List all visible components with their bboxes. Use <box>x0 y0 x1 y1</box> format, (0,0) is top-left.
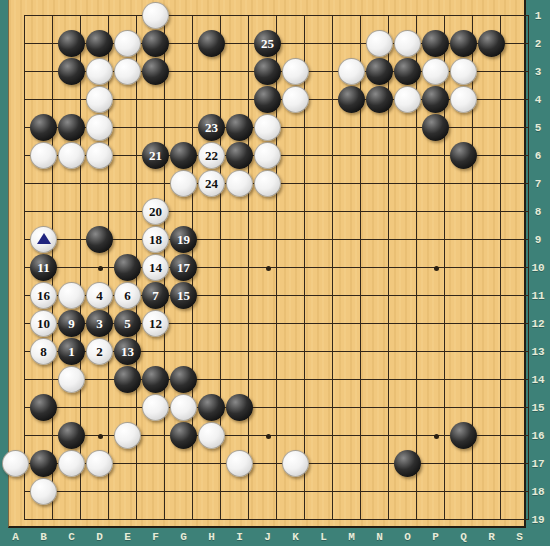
white-stone-G15 <box>170 394 197 421</box>
star-point <box>98 434 103 439</box>
white-stone-J5 <box>254 114 281 141</box>
row-label-4: 4 <box>535 94 542 106</box>
white-stone-C17 <box>58 450 85 477</box>
black-stone-I5 <box>226 114 253 141</box>
column-label-R: R <box>488 531 495 543</box>
move-number: 2 <box>96 345 103 358</box>
white-stone-E2 <box>114 30 141 57</box>
row-label-19: 19 <box>531 514 544 526</box>
black-stone-G14 <box>170 366 197 393</box>
move-number: 9 <box>68 317 75 330</box>
white-stone-M3 <box>338 58 365 85</box>
column-label-E: E <box>124 531 131 543</box>
white-stone-C6 <box>58 142 85 169</box>
move-number: 16 <box>37 289 50 302</box>
black-stone-Q6 <box>450 142 477 169</box>
column-label-N: N <box>376 531 383 543</box>
row-label-2: 2 <box>535 38 542 50</box>
move-number: 4 <box>96 289 103 302</box>
row-label-13: 13 <box>531 346 544 358</box>
black-stone-G16 <box>170 422 197 449</box>
column-label-P: P <box>432 531 439 543</box>
white-stone-J6 <box>254 142 281 169</box>
black-stone-D12: 3 <box>86 310 113 337</box>
row-label-9: 9 <box>535 234 542 246</box>
row-label-18: 18 <box>531 486 544 498</box>
black-stone-B10: 11 <box>30 254 57 281</box>
move-number: 14 <box>149 261 162 274</box>
white-stone-E16 <box>114 422 141 449</box>
white-stone-N2 <box>366 30 393 57</box>
white-stone-H6: 22 <box>198 142 225 169</box>
row-label-14: 14 <box>531 374 544 386</box>
move-number: 6 <box>124 289 131 302</box>
black-stone-D2 <box>86 30 113 57</box>
column-label-Q: Q <box>460 531 467 543</box>
white-stone-K4 <box>282 86 309 113</box>
black-stone-J3 <box>254 58 281 85</box>
black-stone-D9 <box>86 226 113 253</box>
star-point <box>434 266 439 271</box>
white-stone-B18 <box>30 478 57 505</box>
white-stone-F8: 20 <box>142 198 169 225</box>
black-stone-P2 <box>422 30 449 57</box>
white-stone-B11: 16 <box>30 282 57 309</box>
triangle-marker-icon <box>37 233 51 244</box>
white-stone-K17 <box>282 450 309 477</box>
black-stone-F14 <box>142 366 169 393</box>
black-stone-C16 <box>58 422 85 449</box>
go-diagram-screen: 2523212224201819111417164671510935128121… <box>0 0 550 546</box>
row-label-5: 5 <box>535 122 542 134</box>
row-label-3: 3 <box>535 66 542 78</box>
column-label-B: B <box>40 531 47 543</box>
column-label-I: I <box>236 531 243 543</box>
black-stone-J2: 25 <box>254 30 281 57</box>
white-stone-I17 <box>226 450 253 477</box>
move-number: 5 <box>124 317 131 330</box>
black-stone-F3 <box>142 58 169 85</box>
black-stone-G9: 19 <box>170 226 197 253</box>
black-stone-N4 <box>366 86 393 113</box>
white-stone-D3 <box>86 58 113 85</box>
column-label-M: M <box>348 531 355 543</box>
black-stone-I6 <box>226 142 253 169</box>
move-number: 23 <box>205 121 218 134</box>
white-stone-E3 <box>114 58 141 85</box>
white-stone-F12: 12 <box>142 310 169 337</box>
black-stone-P4 <box>422 86 449 113</box>
white-stone-F15 <box>142 394 169 421</box>
black-stone-B17 <box>30 450 57 477</box>
black-stone-G6 <box>170 142 197 169</box>
move-number: 25 <box>261 37 274 50</box>
row-label-8: 8 <box>535 206 542 218</box>
row-label-10: 10 <box>531 262 544 274</box>
star-point <box>266 434 271 439</box>
black-stone-C2 <box>58 30 85 57</box>
black-stone-E13: 13 <box>114 338 141 365</box>
black-stone-B5 <box>30 114 57 141</box>
white-stone-E11: 6 <box>114 282 141 309</box>
row-label-7: 7 <box>535 178 542 190</box>
black-stone-M4 <box>338 86 365 113</box>
black-stone-P5 <box>422 114 449 141</box>
black-stone-Q2 <box>450 30 477 57</box>
move-number: 15 <box>177 289 190 302</box>
black-stone-C12: 9 <box>58 310 85 337</box>
move-number: 24 <box>205 177 218 190</box>
black-stone-C3 <box>58 58 85 85</box>
column-label-J: J <box>264 531 271 543</box>
row-label-6: 6 <box>535 150 542 162</box>
white-stone-I7 <box>226 170 253 197</box>
black-stone-B15 <box>30 394 57 421</box>
column-label-H: H <box>208 531 215 543</box>
black-stone-F11: 7 <box>142 282 169 309</box>
white-stone-B13: 8 <box>30 338 57 365</box>
white-stone-A17 <box>2 450 29 477</box>
star-point <box>434 434 439 439</box>
column-label-D: D <box>96 531 103 543</box>
white-stone-B12: 10 <box>30 310 57 337</box>
move-number: 11 <box>37 261 49 274</box>
white-stone-G7 <box>170 170 197 197</box>
black-stone-I15 <box>226 394 253 421</box>
column-label-C: C <box>68 531 75 543</box>
black-stone-O3 <box>394 58 421 85</box>
white-stone-O4 <box>394 86 421 113</box>
black-stone-E10 <box>114 254 141 281</box>
star-point <box>266 266 271 271</box>
black-stone-O17 <box>394 450 421 477</box>
black-stone-G11: 15 <box>170 282 197 309</box>
white-stone-C11 <box>58 282 85 309</box>
white-stone-O2 <box>394 30 421 57</box>
column-label-K: K <box>292 531 299 543</box>
black-stone-F2 <box>142 30 169 57</box>
white-stone-C14 <box>58 366 85 393</box>
move-number: 13 <box>121 345 134 358</box>
black-stone-H5: 23 <box>198 114 225 141</box>
black-stone-C5 <box>58 114 85 141</box>
white-stone-D6 <box>86 142 113 169</box>
move-number: 7 <box>152 289 159 302</box>
move-number: 19 <box>177 233 190 246</box>
black-stone-N3 <box>366 58 393 85</box>
move-number: 8 <box>40 345 47 358</box>
column-label-L: L <box>320 531 327 543</box>
white-stone-D13: 2 <box>86 338 113 365</box>
row-label-16: 16 <box>531 430 544 442</box>
white-stone-P3 <box>422 58 449 85</box>
white-stone-D11: 4 <box>86 282 113 309</box>
move-number: 10 <box>37 317 50 330</box>
white-stone-B6 <box>30 142 57 169</box>
move-number: 17 <box>177 261 190 274</box>
black-stone-H15 <box>198 394 225 421</box>
move-number: 18 <box>149 233 162 246</box>
white-stone-H16 <box>198 422 225 449</box>
black-stone-G10: 17 <box>170 254 197 281</box>
black-stone-H2 <box>198 30 225 57</box>
move-number: 1 <box>68 345 75 358</box>
row-label-11: 11 <box>531 290 544 302</box>
white-stone-B9 <box>30 226 57 253</box>
white-stone-D4 <box>86 86 113 113</box>
white-stone-H7: 24 <box>198 170 225 197</box>
white-stone-F9: 18 <box>142 226 169 253</box>
column-label-G: G <box>180 531 187 543</box>
white-stone-Q4 <box>450 86 477 113</box>
black-stone-R2 <box>478 30 505 57</box>
move-number: 22 <box>205 149 218 162</box>
column-label-A: A <box>12 531 19 543</box>
move-number: 3 <box>96 317 103 330</box>
white-stone-K3 <box>282 58 309 85</box>
star-point <box>98 266 103 271</box>
white-stone-F1 <box>142 2 169 29</box>
black-stone-C13: 1 <box>58 338 85 365</box>
row-label-15: 15 <box>531 402 544 414</box>
white-stone-D17 <box>86 450 113 477</box>
row-label-17: 17 <box>531 458 544 470</box>
black-stone-Q16 <box>450 422 477 449</box>
column-label-O: O <box>404 531 411 543</box>
black-stone-E12: 5 <box>114 310 141 337</box>
black-stone-J4 <box>254 86 281 113</box>
row-label-12: 12 <box>531 318 544 330</box>
white-stone-F10: 14 <box>142 254 169 281</box>
row-label-1: 1 <box>535 10 542 22</box>
move-number: 20 <box>149 205 162 218</box>
white-stone-J7 <box>254 170 281 197</box>
move-number: 12 <box>149 317 162 330</box>
white-stone-Q3 <box>450 58 477 85</box>
column-label-F: F <box>152 531 159 543</box>
move-number: 21 <box>149 149 162 162</box>
white-stone-D5 <box>86 114 113 141</box>
column-label-S: S <box>516 531 523 543</box>
black-stone-E14 <box>114 366 141 393</box>
black-stone-F6: 21 <box>142 142 169 169</box>
